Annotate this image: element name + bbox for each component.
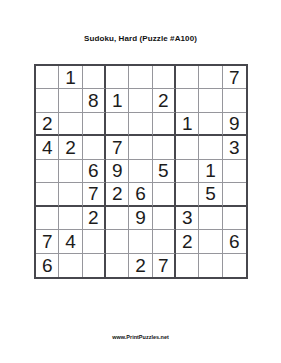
cell-r5c6: 5 xyxy=(153,160,176,183)
cell-r8c5 xyxy=(129,230,152,253)
sudoku-grid: 178122194273695172652937426627 xyxy=(34,64,248,279)
footer-credit: www.PrintPuzzles.net xyxy=(0,334,281,340)
cell-r4c4: 7 xyxy=(106,136,129,159)
cell-r1c6 xyxy=(153,66,176,89)
cell-r2c1 xyxy=(36,89,59,112)
cell-r3c3 xyxy=(83,113,106,136)
cell-r7c7: 3 xyxy=(176,207,199,230)
cell-r1c1 xyxy=(36,66,59,89)
cell-r9c9 xyxy=(223,254,246,277)
cell-r9c3 xyxy=(83,254,106,277)
cell-r2c5 xyxy=(129,89,152,112)
cell-r5c1 xyxy=(36,160,59,183)
cell-r5c2 xyxy=(59,160,82,183)
cell-r9c4 xyxy=(106,254,129,277)
cell-r9c8 xyxy=(199,254,222,277)
cell-r7c5: 9 xyxy=(129,207,152,230)
cell-r4c2: 2 xyxy=(59,136,82,159)
cell-r9c5: 2 xyxy=(129,254,152,277)
cell-r7c1 xyxy=(36,207,59,230)
cell-r4c6 xyxy=(153,136,176,159)
cell-r4c3 xyxy=(83,136,106,159)
cell-r1c8 xyxy=(199,66,222,89)
page-title: Sudoku, Hard (Puzzle #A100) xyxy=(0,34,281,43)
cell-r2c7 xyxy=(176,89,199,112)
cell-r4c5 xyxy=(129,136,152,159)
cell-r7c9 xyxy=(223,207,246,230)
cell-r8c7: 2 xyxy=(176,230,199,253)
cell-r5c4: 9 xyxy=(106,160,129,183)
cell-r8c1: 7 xyxy=(36,230,59,253)
cell-r1c2: 1 xyxy=(59,66,82,89)
cell-r2c2 xyxy=(59,89,82,112)
cell-r4c9: 3 xyxy=(223,136,246,159)
cell-r3c9: 9 xyxy=(223,113,246,136)
cell-r7c8 xyxy=(199,207,222,230)
cell-r9c7 xyxy=(176,254,199,277)
cell-r2c8 xyxy=(199,89,222,112)
cell-r2c4: 1 xyxy=(106,89,129,112)
cell-r1c7 xyxy=(176,66,199,89)
cell-r2c6: 2 xyxy=(153,89,176,112)
cell-r8c2: 4 xyxy=(59,230,82,253)
cell-r8c9: 6 xyxy=(223,230,246,253)
cell-r3c6 xyxy=(153,113,176,136)
cell-r2c9 xyxy=(223,89,246,112)
cell-r5c7 xyxy=(176,160,199,183)
cell-r8c6 xyxy=(153,230,176,253)
cell-r6c4: 2 xyxy=(106,183,129,206)
cell-r8c8 xyxy=(199,230,222,253)
cell-r8c4 xyxy=(106,230,129,253)
cell-r6c7 xyxy=(176,183,199,206)
cell-r3c4 xyxy=(106,113,129,136)
cell-r6c5: 6 xyxy=(129,183,152,206)
cell-r9c2 xyxy=(59,254,82,277)
cell-r6c9 xyxy=(223,183,246,206)
cell-r6c6 xyxy=(153,183,176,206)
cell-r3c8 xyxy=(199,113,222,136)
cell-r7c3: 2 xyxy=(83,207,106,230)
cell-r9c1: 6 xyxy=(36,254,59,277)
sudoku-print-page: Sudoku, Hard (Puzzle #A100) 178122194273… xyxy=(0,0,281,363)
cell-r3c5 xyxy=(129,113,152,136)
cell-r7c6 xyxy=(153,207,176,230)
cell-r7c2 xyxy=(59,207,82,230)
cell-r6c1 xyxy=(36,183,59,206)
cell-r5c9 xyxy=(223,160,246,183)
cell-r4c1: 4 xyxy=(36,136,59,159)
cell-r6c2 xyxy=(59,183,82,206)
cell-r4c8 xyxy=(199,136,222,159)
cell-r9c6: 7 xyxy=(153,254,176,277)
cell-r5c3: 6 xyxy=(83,160,106,183)
cell-r6c3: 7 xyxy=(83,183,106,206)
cell-r8c3 xyxy=(83,230,106,253)
cell-r1c9: 7 xyxy=(223,66,246,89)
cell-r1c3 xyxy=(83,66,106,89)
cell-r3c7: 1 xyxy=(176,113,199,136)
cell-r3c2 xyxy=(59,113,82,136)
cell-r3c1: 2 xyxy=(36,113,59,136)
cell-r1c4 xyxy=(106,66,129,89)
cell-r5c5 xyxy=(129,160,152,183)
cell-r5c8: 1 xyxy=(199,160,222,183)
cell-r6c8: 5 xyxy=(199,183,222,206)
cell-r4c7 xyxy=(176,136,199,159)
cell-r1c5 xyxy=(129,66,152,89)
cell-r7c4 xyxy=(106,207,129,230)
cell-r2c3: 8 xyxy=(83,89,106,112)
